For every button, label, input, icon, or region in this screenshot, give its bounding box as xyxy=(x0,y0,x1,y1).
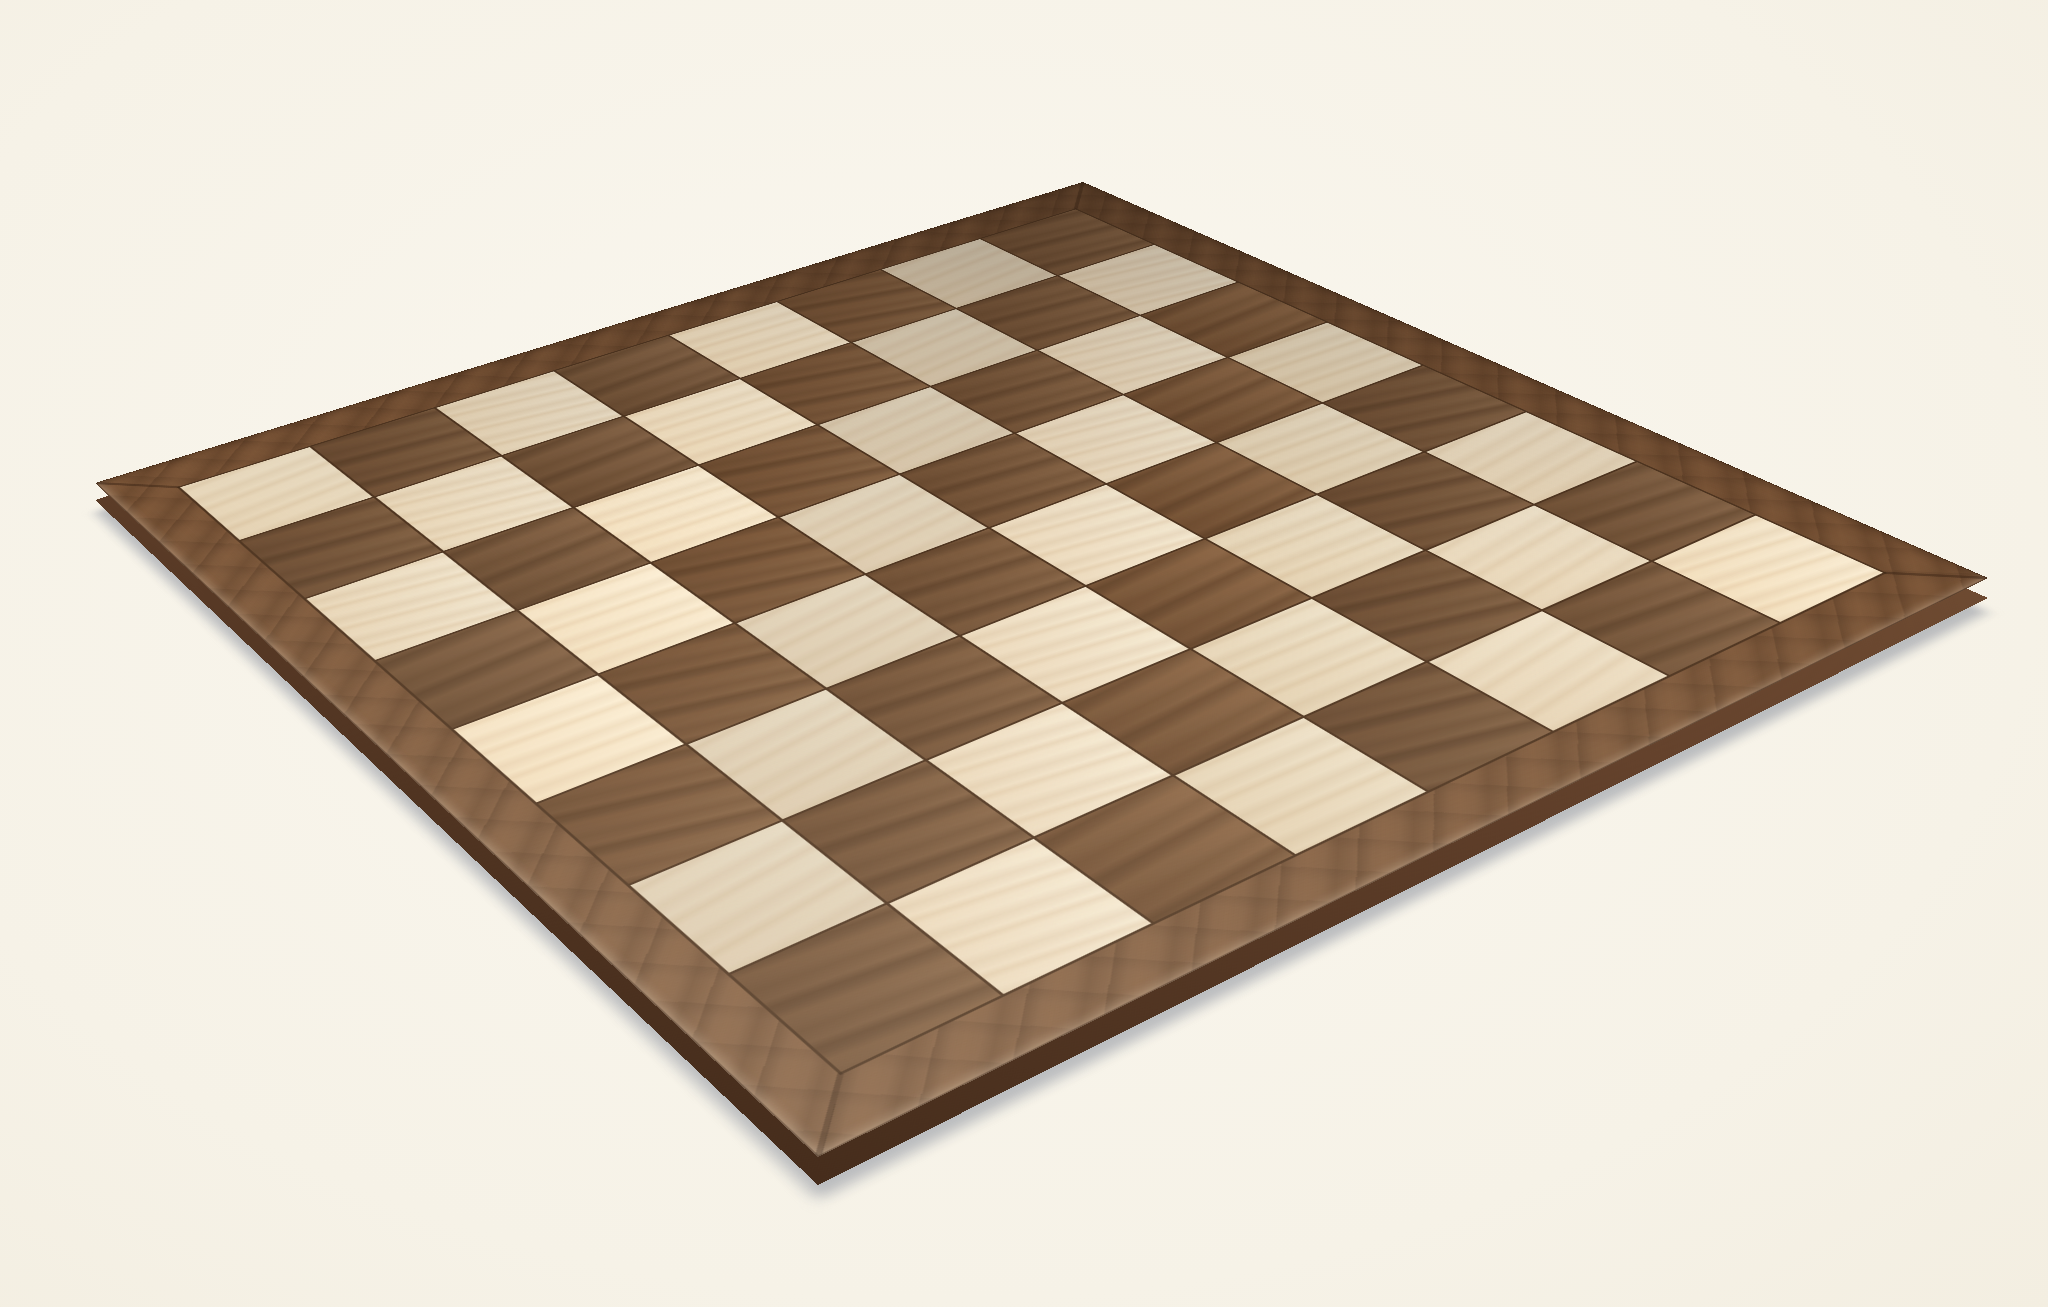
board-grid xyxy=(177,208,1887,1075)
chessboard xyxy=(95,182,1988,1157)
product-photo-background xyxy=(0,0,2048,1307)
frame-miter-joint-far xyxy=(1042,182,1116,209)
